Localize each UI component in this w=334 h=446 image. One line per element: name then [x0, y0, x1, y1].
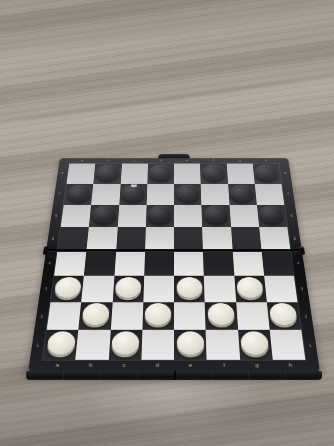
board-square-h8[interactable]: [252, 164, 281, 184]
checker-black[interactable]: [255, 165, 279, 181]
board-square-f6[interactable]: [202, 205, 231, 227]
coord-label: b: [74, 362, 108, 370]
board-square-h6[interactable]: [257, 205, 288, 227]
checker-white[interactable]: [46, 332, 76, 355]
playfield: [42, 163, 307, 361]
files-bottom: abcdefgh: [40, 362, 308, 370]
board-square-e5[interactable]: [174, 227, 203, 251]
checker-white[interactable]: [82, 304, 110, 326]
wood-grain-streak: [0, 67, 334, 128]
board-square-c2[interactable]: [110, 302, 143, 330]
board-square-g7[interactable]: [228, 184, 257, 205]
board-square-g1[interactable]: [238, 330, 273, 360]
board-square-d2[interactable]: [142, 302, 174, 330]
board-square-a2[interactable]: [47, 302, 82, 330]
checker-white[interactable]: [269, 304, 298, 326]
board-square-d5[interactable]: [145, 227, 174, 251]
coord-label: d: [148, 159, 174, 163]
board-front-edge: [26, 371, 322, 380]
coord-label: 2: [300, 302, 312, 330]
checker-black[interactable]: [121, 185, 145, 201]
checker-black[interactable]: [176, 185, 199, 201]
board-square-f8[interactable]: [200, 164, 228, 184]
board-square-e2[interactable]: [174, 302, 206, 330]
board-square-h2[interactable]: [267, 302, 302, 330]
board-square-g5[interactable]: [231, 227, 262, 251]
hinge-seam: [46, 249, 302, 252]
coord-label: 7: [284, 183, 294, 204]
board-square-b1[interactable]: [75, 330, 110, 360]
board-square-e8[interactable]: [174, 164, 201, 184]
coord-label: h: [253, 159, 280, 163]
board-square-b2[interactable]: [79, 302, 113, 330]
board-square-c4[interactable]: [114, 251, 145, 276]
board-square-f3[interactable]: [204, 276, 236, 302]
board-square-e6[interactable]: [174, 205, 202, 227]
board-square-h7[interactable]: [255, 184, 285, 205]
board-square-g4[interactable]: [232, 251, 264, 276]
hinge-knuckle-left: [43, 247, 49, 255]
coord-label: e: [174, 159, 200, 163]
checker-black[interactable]: [259, 206, 284, 223]
board-square-c1[interactable]: [108, 330, 142, 360]
checker-white[interactable]: [207, 304, 234, 326]
board-square-f5[interactable]: [202, 227, 232, 251]
files-top: abcdefgh: [69, 159, 280, 163]
board-square-f4[interactable]: [203, 251, 234, 276]
board-square-b6[interactable]: [89, 205, 119, 227]
board-square-f7[interactable]: [201, 184, 229, 205]
checker-black[interactable]: [92, 206, 117, 223]
board-square-d8[interactable]: [147, 164, 174, 184]
board-square-c6[interactable]: [117, 205, 146, 227]
board-square-a3[interactable]: [51, 276, 85, 302]
coord-label: 1: [304, 331, 316, 361]
coord-label: d: [141, 362, 174, 370]
board-square-g6[interactable]: [229, 205, 259, 227]
checker-black[interactable]: [149, 165, 171, 181]
board-perspective-wrap: abcdefgh abcdefgh 87654321 87654321: [28, 158, 320, 372]
board-square-d3[interactable]: [143, 276, 174, 302]
checker-black[interactable]: [230, 185, 254, 201]
coord-label: e: [174, 362, 207, 370]
wood-grain-streak: [0, 0, 334, 57]
checker-black[interactable]: [96, 165, 120, 181]
coord-label: f: [207, 362, 241, 370]
checker-black[interactable]: [202, 165, 225, 181]
checker-white[interactable]: [236, 277, 263, 298]
checker-white[interactable]: [115, 277, 142, 298]
board-square-c8[interactable]: [120, 164, 148, 184]
coord-label: h: [274, 362, 308, 370]
checker-white[interactable]: [111, 332, 139, 355]
board-square-e1[interactable]: [174, 330, 207, 360]
coord-label: a: [69, 159, 96, 163]
coord-label: g: [240, 362, 274, 370]
checker-white[interactable]: [177, 332, 204, 355]
board-square-c3[interactable]: [112, 276, 144, 302]
coord-label: c: [121, 159, 147, 163]
board-square-f2[interactable]: [205, 302, 238, 330]
board-square-c5[interactable]: [116, 227, 146, 251]
checker-white[interactable]: [176, 277, 202, 298]
board-square-c7[interactable]: [119, 184, 147, 205]
board-square-d6[interactable]: [146, 205, 174, 227]
wood-table: abcdefgh abcdefgh 87654321 87654321: [0, 0, 334, 446]
board-square-g2[interactable]: [236, 302, 270, 330]
hinge-knuckle-right: [299, 247, 305, 255]
coord-label: c: [107, 362, 141, 370]
board-square-a1[interactable]: [43, 330, 79, 360]
checker-white[interactable]: [240, 332, 269, 355]
board-square-h5[interactable]: [259, 227, 291, 251]
board-square-g3[interactable]: [234, 276, 267, 302]
coord-label: 3: [297, 276, 308, 303]
board-square-f1[interactable]: [206, 330, 240, 360]
checkers-board: abcdefgh abcdefgh 87654321 87654321: [28, 158, 320, 372]
board-square-b7[interactable]: [91, 184, 120, 205]
board-square-h3[interactable]: [264, 276, 298, 302]
board-square-b5[interactable]: [87, 227, 118, 251]
coord-label: 6: [287, 204, 297, 226]
board-square-h4[interactable]: [261, 251, 294, 276]
coord-label: 8: [281, 163, 290, 183]
board-square-a7[interactable]: [64, 184, 94, 205]
latch-tab: [158, 154, 189, 159]
board-square-h1[interactable]: [269, 330, 305, 360]
board-square-e7[interactable]: [174, 184, 202, 205]
checker-white[interactable]: [145, 304, 172, 326]
board-square-a4[interactable]: [54, 251, 87, 276]
coord-label: g: [226, 159, 253, 163]
board-square-a6[interactable]: [61, 205, 92, 227]
board-square-d4[interactable]: [144, 251, 174, 276]
board-square-e3[interactable]: [174, 276, 205, 302]
board-square-a5[interactable]: [58, 227, 90, 251]
checker-black[interactable]: [66, 185, 91, 201]
coord-label: b: [95, 159, 122, 163]
board-square-b8[interactable]: [93, 164, 121, 184]
checker-black[interactable]: [204, 206, 228, 223]
board-square-b3[interactable]: [81, 276, 114, 302]
coord-label: a: [40, 362, 74, 370]
board-square-e4[interactable]: [174, 251, 204, 276]
checker-white[interactable]: [54, 277, 82, 298]
board-square-d7[interactable]: [146, 184, 174, 205]
coord-label: f: [200, 159, 226, 163]
board-square-g8[interactable]: [226, 164, 254, 184]
board-square-b4[interactable]: [84, 251, 116, 276]
wood-grain-streak: [0, 383, 334, 444]
checker-black[interactable]: [148, 206, 172, 223]
board-square-d1[interactable]: [141, 330, 174, 360]
board-square-a8[interactable]: [67, 164, 96, 184]
wood-grain-streak: [0, 28, 334, 86]
